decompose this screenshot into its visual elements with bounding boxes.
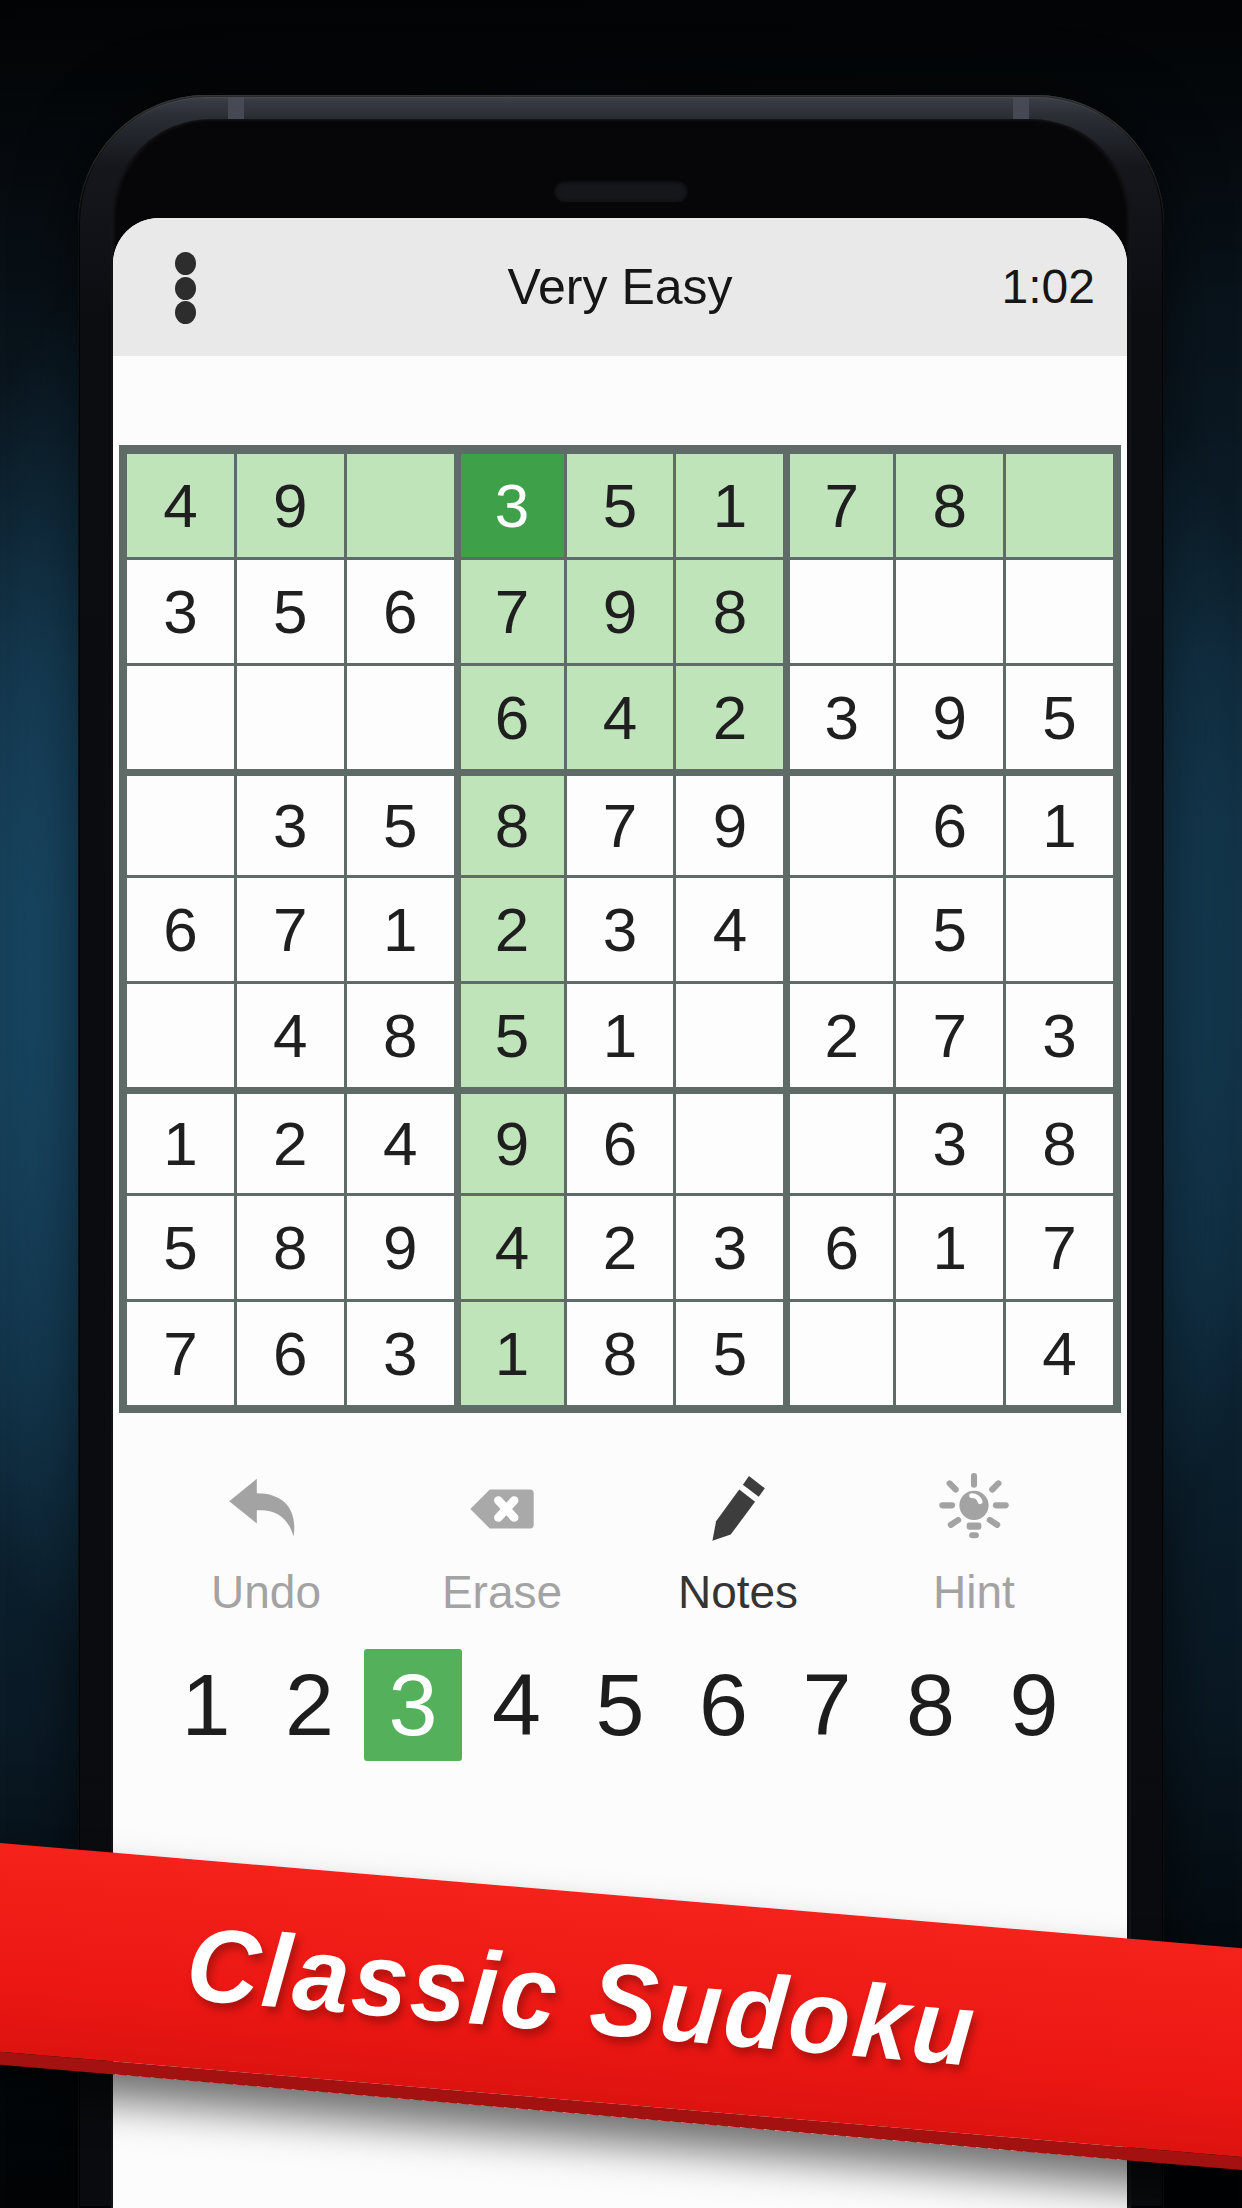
cell-r4c8[interactable]: 6 (896, 772, 1003, 875)
cell-r7c2[interactable]: 2 (237, 1090, 344, 1193)
cell-r6c2[interactable]: 4 (237, 984, 344, 1087)
cell-r5c1[interactable]: 6 (127, 878, 234, 981)
cell-r2c4[interactable]: 7 (457, 560, 564, 663)
undo-button[interactable]: Undo (161, 1467, 371, 1619)
numpad-key-3[interactable]: 3 (364, 1649, 462, 1761)
cell-r9c8[interactable] (896, 1302, 1003, 1405)
cell-r1c6[interactable]: 1 (676, 454, 783, 557)
numpad-key-7[interactable]: 7 (778, 1649, 876, 1761)
cell-r7c1[interactable]: 1 (127, 1090, 234, 1193)
app-header: Very Easy 1:02 (113, 218, 1127, 356)
cell-r7c7[interactable] (786, 1090, 893, 1193)
cell-r2c9[interactable] (1006, 560, 1113, 663)
cell-r4c5[interactable]: 7 (567, 772, 674, 875)
cell-r7c8[interactable]: 3 (896, 1090, 1003, 1193)
cell-r7c5[interactable]: 6 (567, 1090, 674, 1193)
cell-r5c3[interactable]: 1 (347, 878, 454, 981)
cell-r7c6[interactable] (676, 1090, 783, 1193)
cell-r1c4[interactable]: 3 (457, 454, 564, 557)
cell-r6c8[interactable]: 7 (896, 984, 1003, 1087)
backspace-icon (463, 1467, 541, 1551)
cell-r7c4[interactable]: 9 (457, 1090, 564, 1193)
cell-r9c9[interactable]: 4 (1006, 1302, 1113, 1405)
cell-r3c2[interactable] (237, 666, 344, 769)
cell-r8c1[interactable]: 5 (127, 1196, 234, 1299)
cell-r5c2[interactable]: 7 (237, 878, 344, 981)
cell-r2c8[interactable] (896, 560, 1003, 663)
pencil-icon (699, 1467, 777, 1551)
sudoku-board-wrap: 4935178356798642395358796167123454851273… (119, 445, 1121, 1413)
cell-r5c5[interactable]: 3 (567, 878, 674, 981)
screenshot-stage: Very Easy 1:02 4935178356798642395358796… (0, 0, 1242, 2208)
cell-r4c2[interactable]: 3 (237, 772, 344, 875)
numpad: 123456789 (113, 1649, 1127, 1761)
cell-r8c7[interactable]: 6 (786, 1196, 893, 1299)
sudoku-grid: 4935178356798642395358796167123454851273… (119, 445, 1121, 1413)
cell-r5c6[interactable]: 4 (676, 878, 783, 981)
cell-r2c2[interactable]: 5 (237, 560, 344, 663)
cell-r8c6[interactable]: 3 (676, 1196, 783, 1299)
cell-r2c6[interactable]: 8 (676, 560, 783, 663)
toolbar: Undo Erase (113, 1467, 1127, 1619)
cell-r8c9[interactable]: 7 (1006, 1196, 1113, 1299)
cell-r6c1[interactable] (127, 984, 234, 1087)
cell-r6c7[interactable]: 2 (786, 984, 893, 1087)
cell-r2c3[interactable]: 6 (347, 560, 454, 663)
erase-button[interactable]: Erase (397, 1467, 607, 1619)
cell-r1c1[interactable]: 4 (127, 454, 234, 557)
cell-r5c4[interactable]: 2 (457, 878, 564, 981)
cell-r3c3[interactable] (347, 666, 454, 769)
numpad-key-6[interactable]: 6 (675, 1649, 773, 1761)
promo-ribbon-text: Classic Sudoku (182, 1904, 981, 2090)
cell-r9c2[interactable]: 6 (237, 1302, 344, 1405)
numpad-key-9[interactable]: 9 (985, 1649, 1083, 1761)
numpad-key-1[interactable]: 1 (157, 1649, 255, 1761)
cell-r9c7[interactable] (786, 1302, 893, 1405)
numpad-key-2[interactable]: 2 (261, 1649, 359, 1761)
cell-r4c3[interactable]: 5 (347, 772, 454, 875)
numpad-key-4[interactable]: 4 (468, 1649, 566, 1761)
cell-r9c6[interactable]: 5 (676, 1302, 783, 1405)
cell-r4c4[interactable]: 8 (457, 772, 564, 875)
cell-r4c1[interactable] (127, 772, 234, 875)
cell-r6c5[interactable]: 1 (567, 984, 674, 1087)
lightbulb-icon (935, 1467, 1013, 1551)
cell-r8c2[interactable]: 8 (237, 1196, 344, 1299)
cell-r5c9[interactable] (1006, 878, 1113, 981)
cell-r1c3[interactable] (347, 454, 454, 557)
cell-r9c1[interactable]: 7 (127, 1302, 234, 1405)
cell-r1c2[interactable]: 9 (237, 454, 344, 557)
numpad-key-8[interactable]: 8 (882, 1649, 980, 1761)
cell-r3c9[interactable]: 5 (1006, 666, 1113, 769)
cell-r7c3[interactable]: 4 (347, 1090, 454, 1193)
undo-arrow-icon (224, 1467, 308, 1551)
difficulty-title: Very Easy (113, 218, 1127, 356)
cell-r9c5[interactable]: 8 (567, 1302, 674, 1405)
hint-button[interactable]: Hint (869, 1467, 1079, 1619)
cell-r6c4[interactable]: 5 (457, 984, 564, 1087)
game-timer: 1:02 (1002, 218, 1095, 356)
cell-r1c5[interactable]: 5 (567, 454, 674, 557)
cell-r8c8[interactable]: 1 (896, 1196, 1003, 1299)
cell-r3c1[interactable] (127, 666, 234, 769)
cell-r7c9[interactable]: 8 (1006, 1090, 1113, 1193)
cell-r9c4[interactable]: 1 (457, 1302, 564, 1405)
cell-r4c7[interactable] (786, 772, 893, 875)
cell-r1c9[interactable] (1006, 454, 1113, 557)
earpiece-speaker (554, 179, 688, 201)
cell-r6c3[interactable]: 8 (347, 984, 454, 1087)
cell-r5c8[interactable]: 5 (896, 878, 1003, 981)
cell-r5c7[interactable] (786, 878, 893, 981)
cell-r3c5[interactable]: 4 (567, 666, 674, 769)
cell-r6c9[interactable]: 3 (1006, 984, 1113, 1087)
numpad-key-5[interactable]: 5 (571, 1649, 669, 1761)
cell-r4c6[interactable]: 9 (676, 772, 783, 875)
cell-r3c7[interactable]: 3 (786, 666, 893, 769)
cell-r3c8[interactable]: 9 (896, 666, 1003, 769)
cell-r9c3[interactable]: 3 (347, 1302, 454, 1405)
cell-r2c1[interactable]: 3 (127, 560, 234, 663)
cell-r2c5[interactable]: 9 (567, 560, 674, 663)
cell-r8c5[interactable]: 2 (567, 1196, 674, 1299)
cell-r8c4[interactable]: 4 (457, 1196, 564, 1299)
cell-r3c4[interactable]: 6 (457, 666, 564, 769)
notes-button[interactable]: Notes (633, 1467, 843, 1619)
cell-r3c6[interactable]: 2 (676, 666, 783, 769)
cell-r8c3[interactable]: 9 (347, 1196, 454, 1299)
cell-r1c7[interactable]: 7 (786, 454, 893, 557)
cell-r4c9[interactable]: 1 (1006, 772, 1113, 875)
cell-r2c7[interactable] (786, 560, 893, 663)
cell-r1c8[interactable]: 8 (896, 454, 1003, 557)
cell-r6c6[interactable] (676, 984, 783, 1087)
